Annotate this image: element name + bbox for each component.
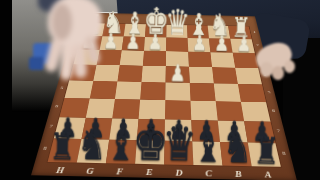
square-e8: ♚ (135, 140, 165, 164)
white-pawn-a2: ♟ (236, 33, 251, 55)
player-hand-blurred (40, 0, 112, 84)
square-c4 (189, 67, 214, 84)
opponent-hand (254, 42, 302, 86)
black-rook-a8: ♜ (253, 132, 280, 169)
photo-scene: ♜ ♞ ♝ ♚ ♛ ♝ ♞ ♜ ♟ ♟ ♟ ♟ ♟ ♟ ♟ (0, 0, 320, 180)
player-hand-shadow (52, 4, 72, 40)
square-f4 (117, 65, 142, 82)
square-c8: ♝ (192, 141, 222, 165)
square-e4 (141, 66, 165, 83)
square-c3 (188, 52, 212, 67)
square-b3 (210, 52, 235, 67)
square-f5 (115, 81, 142, 99)
square-d2 (166, 38, 188, 52)
opponent-hand-finger (260, 62, 273, 77)
file-label-a: A (252, 170, 284, 180)
square-e5 (140, 82, 165, 100)
square-f2: ♟ (122, 37, 145, 51)
white-pawn-b2: ♟ (214, 33, 229, 55)
black-bishop-f8: ♝ (106, 124, 136, 166)
file-label-e: E (134, 167, 164, 177)
file-label-c: C (194, 168, 224, 178)
rank-label-right-5: 5 (263, 90, 275, 95)
white-pawn-e2: ♟ (147, 31, 162, 53)
white-pawn-d4: ♟ (169, 61, 186, 85)
opponent-hand-finger (272, 66, 284, 80)
square-b8: ♞ (220, 142, 252, 166)
square-e2: ♟ (144, 37, 166, 51)
square-f3 (120, 50, 144, 65)
square-a8: ♜ (248, 143, 281, 167)
black-knight-b8: ♞ (222, 127, 252, 169)
file-label-h: H (44, 165, 76, 175)
rank-label-left-5: 5 (56, 85, 68, 90)
square-d8: ♛ (164, 141, 193, 165)
black-knight-g8: ♞ (77, 124, 107, 166)
white-queen-d1: ♛ (165, 4, 191, 40)
square-f8: ♝ (106, 140, 137, 164)
square-b2: ♟ (209, 38, 233, 52)
square-b4 (212, 67, 238, 84)
square-e3 (143, 51, 166, 66)
rank-label-right-6: 6 (267, 108, 279, 113)
black-queen-d8: ♛ (162, 119, 197, 168)
square-c5 (190, 83, 216, 101)
opponent-hand-finger (284, 60, 295, 73)
square-d5 (165, 82, 190, 100)
player-hand-finger (84, 35, 101, 65)
white-pawn-f2: ♟ (125, 31, 140, 53)
file-label-d: D (164, 168, 194, 178)
square-a5 (238, 84, 266, 102)
white-pawn-c2: ♟ (192, 32, 207, 54)
square-c2: ♟ (188, 38, 211, 52)
file-label-b: B (223, 169, 254, 179)
black-bishop-c8: ♝ (193, 126, 223, 168)
square-d1: ♛ (166, 25, 187, 38)
player-hand-finger (73, 44, 87, 79)
black-rook-h8: ♜ (49, 128, 76, 165)
square-g8: ♞ (77, 139, 109, 163)
square-a2: ♟ (230, 39, 254, 53)
file-label-f: F (104, 166, 135, 176)
file-label-g: G (74, 166, 105, 176)
square-b5 (214, 83, 241, 101)
square-d4: ♟ (166, 66, 190, 83)
